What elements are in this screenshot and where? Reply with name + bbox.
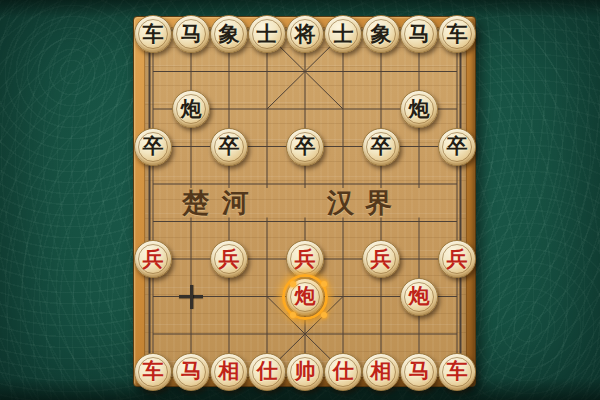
piece-label: 卒 [295, 135, 316, 156]
last-move-origin-marker [176, 283, 206, 313]
piece-red-炮[interactable]: 炮 [400, 278, 438, 316]
piece-label: 马 [409, 360, 430, 381]
piece-label: 车 [447, 23, 468, 44]
piece-red-兵[interactable]: 兵 [210, 240, 248, 278]
piece-red-兵[interactable]: 兵 [286, 240, 324, 278]
piece-label: 车 [143, 360, 164, 381]
piece-label: 士 [257, 23, 278, 44]
piece-label: 车 [447, 360, 468, 381]
game-background: 楚河 汉界 车马象士将士象马车炮炮卒卒卒卒卒兵兵兵兵兵炮炮车马相仕帅仕相马车 [0, 0, 600, 400]
piece-label: 相 [371, 360, 392, 381]
piece-black-卒[interactable]: 卒 [286, 128, 324, 166]
piece-label: 兵 [371, 248, 392, 269]
piece-red-兵[interactable]: 兵 [438, 240, 476, 278]
piece-black-卒[interactable]: 卒 [134, 128, 172, 166]
piece-black-车[interactable]: 车 [134, 15, 172, 53]
piece-label: 兵 [295, 248, 316, 269]
piece-label: 炮 [409, 98, 430, 119]
piece-label: 仕 [257, 360, 278, 381]
piece-black-士[interactable]: 士 [248, 15, 286, 53]
piece-red-相[interactable]: 相 [210, 353, 248, 391]
piece-red-兵[interactable]: 兵 [362, 240, 400, 278]
piece-black-象[interactable]: 象 [210, 15, 248, 53]
piece-label: 炮 [295, 285, 316, 306]
piece-red-兵[interactable]: 兵 [134, 240, 172, 278]
origin-corner-bracket [198, 305, 206, 313]
piece-black-马[interactable]: 马 [400, 15, 438, 53]
piece-label: 车 [143, 23, 164, 44]
piece-black-象[interactable]: 象 [362, 15, 400, 53]
piece-red-仕[interactable]: 仕 [248, 353, 286, 391]
piece-red-车[interactable]: 车 [134, 353, 172, 391]
piece-label: 卒 [143, 135, 164, 156]
piece-label: 马 [181, 23, 202, 44]
highlight-dot [321, 281, 327, 287]
origin-corner-bracket [198, 283, 206, 291]
origin-corner-bracket [176, 283, 184, 291]
piece-label: 帅 [295, 360, 316, 381]
piece-label: 相 [219, 360, 240, 381]
piece-label: 卒 [371, 135, 392, 156]
piece-label: 马 [409, 23, 430, 44]
piece-black-士[interactable]: 士 [324, 15, 362, 53]
piece-black-卒[interactable]: 卒 [362, 128, 400, 166]
piece-black-将[interactable]: 将 [286, 15, 324, 53]
piece-black-马[interactable]: 马 [172, 15, 210, 53]
piece-red-仕[interactable]: 仕 [324, 353, 362, 391]
board-surface[interactable]: 楚河 汉界 车马象士将士象马车炮炮卒卒卒卒卒兵兵兵兵兵炮炮车马相仕帅仕相马车 [145, 28, 466, 377]
pieces-layer: 车马象士将士象马车炮炮卒卒卒卒卒兵兵兵兵兵炮炮车马相仕帅仕相马车 [145, 28, 466, 377]
piece-red-马[interactable]: 马 [400, 353, 438, 391]
piece-label: 炮 [181, 98, 202, 119]
piece-black-卒[interactable]: 卒 [210, 128, 248, 166]
piece-label: 卒 [219, 135, 240, 156]
piece-black-车[interactable]: 车 [438, 15, 476, 53]
xiangqi-board: 楚河 汉界 车马象士将士象马车炮炮卒卒卒卒卒兵兵兵兵兵炮炮车马相仕帅仕相马车 [133, 16, 476, 387]
piece-black-炮[interactable]: 炮 [172, 90, 210, 128]
piece-label: 士 [333, 23, 354, 44]
highlight-dot [321, 312, 327, 318]
piece-black-炮[interactable]: 炮 [400, 90, 438, 128]
piece-red-车[interactable]: 车 [438, 353, 476, 391]
origin-corner-bracket [176, 305, 184, 313]
piece-label: 马 [181, 360, 202, 381]
piece-label: 象 [371, 23, 392, 44]
piece-red-相[interactable]: 相 [362, 353, 400, 391]
piece-red-炮[interactable]: 炮 [286, 278, 324, 316]
piece-label: 象 [219, 23, 240, 44]
piece-label: 兵 [219, 248, 240, 269]
piece-black-卒[interactable]: 卒 [438, 128, 476, 166]
piece-label: 炮 [409, 285, 430, 306]
piece-red-帅[interactable]: 帅 [286, 353, 324, 391]
piece-label: 兵 [447, 248, 468, 269]
piece-label: 卒 [447, 135, 468, 156]
piece-red-马[interactable]: 马 [172, 353, 210, 391]
piece-label: 兵 [143, 248, 164, 269]
piece-label: 将 [295, 23, 316, 44]
piece-label: 仕 [333, 360, 354, 381]
